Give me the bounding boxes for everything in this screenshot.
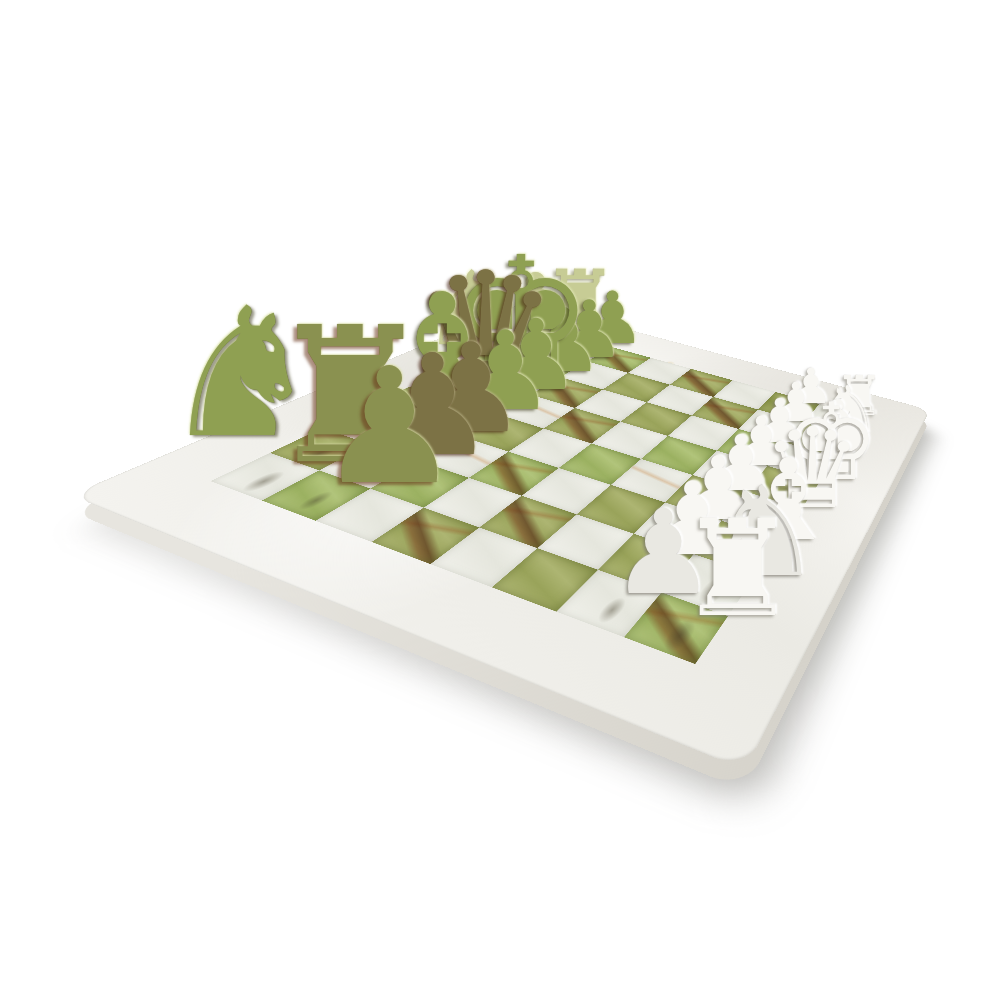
product-photo-scene: ♜♞♝♛♚♝♞♜♟♟♟♟♟♟♟♟♟♟♟♟♟♟♟♟♜♞♝♛♚♝♞♜ bbox=[0, 0, 1000, 1000]
